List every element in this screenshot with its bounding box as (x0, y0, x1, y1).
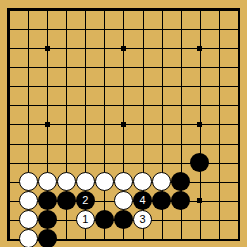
black-stone (171, 191, 190, 210)
black-stone (38, 210, 57, 229)
go-board: 2413 (7, 8, 240, 241)
move-3-stone-white: 3 (133, 210, 152, 229)
black-stone (57, 191, 76, 210)
white-stone (114, 172, 133, 191)
star-point (197, 198, 202, 203)
black-stone (190, 153, 209, 172)
white-stone (76, 172, 95, 191)
white-stone (114, 191, 133, 210)
star-point (121, 122, 126, 127)
move-4-stone-black: 4 (133, 191, 152, 210)
white-stone (38, 172, 57, 191)
black-stone (114, 210, 133, 229)
black-stone (152, 191, 171, 210)
star-point (121, 46, 126, 51)
star-point (197, 46, 202, 51)
go-diagram: 2413 (0, 0, 247, 247)
white-stone (152, 172, 171, 191)
black-stone (95, 210, 114, 229)
board-intersections: 2413 (0, 0, 247, 247)
white-stone (19, 191, 38, 210)
white-stone (95, 172, 114, 191)
black-stone (171, 172, 190, 191)
white-stone (133, 172, 152, 191)
white-stone (19, 210, 38, 229)
star-point (45, 122, 50, 127)
white-stone (19, 172, 38, 191)
black-stone (38, 191, 57, 210)
white-stone (57, 172, 76, 191)
black-stone (38, 229, 57, 247)
white-stone (19, 229, 38, 247)
star-point (45, 46, 50, 51)
move-2-stone-black: 2 (76, 191, 95, 210)
star-point (197, 122, 202, 127)
move-1-stone-white: 1 (76, 210, 95, 229)
